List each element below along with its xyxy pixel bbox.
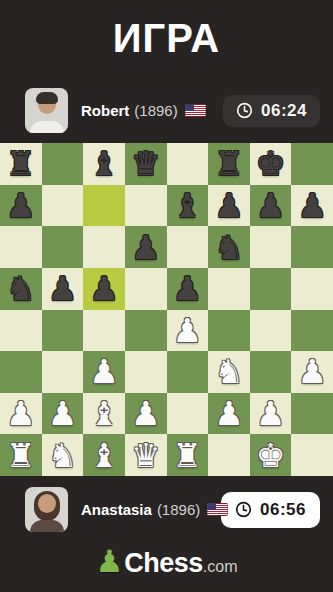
square-g6[interactable] — [250, 226, 292, 268]
us-flag-icon — [185, 104, 206, 117]
square-d6[interactable]: ♟ — [125, 226, 167, 268]
square-c1[interactable]: ♝ — [83, 434, 125, 476]
square-f8[interactable]: ♜ — [208, 143, 250, 185]
square-f7[interactable]: ♟ — [208, 185, 250, 227]
black-rook-f8: ♜ — [208, 143, 250, 185]
black-bishop-e7: ♝ — [167, 185, 209, 227]
white-pawn-e4: ♟ — [167, 310, 209, 352]
square-a4[interactable] — [0, 310, 42, 352]
black-queen-d8: ♛ — [125, 143, 167, 185]
us-flag-icon — [207, 503, 228, 516]
player-row-top: Robert (1896) 06:24 — [0, 87, 333, 134]
black-pawn-c5: ♟ — [83, 268, 125, 310]
square-h4[interactable] — [291, 310, 333, 352]
black-pawn-b5: ♟ — [42, 268, 84, 310]
square-f2[interactable]: ♟ — [208, 393, 250, 435]
square-d3[interactable] — [125, 351, 167, 393]
pawn-logo-icon: ♟ — [95, 546, 123, 577]
square-d4[interactable] — [125, 310, 167, 352]
avatar-photo-top — [30, 520, 64, 532]
white-pawn-b2: ♟ — [42, 393, 84, 435]
player-rating-top: (1896) — [134, 102, 177, 119]
square-c3[interactable]: ♟ — [83, 351, 125, 393]
black-pawn-h7: ♟ — [291, 185, 333, 227]
black-pawn-a7: ♟ — [0, 185, 42, 227]
black-pawn-f7: ♟ — [208, 185, 250, 227]
white-pawn-d2: ♟ — [125, 393, 167, 435]
square-h1[interactable] — [291, 434, 333, 476]
square-g8[interactable]: ♚ — [250, 143, 292, 185]
square-b5[interactable]: ♟ — [42, 268, 84, 310]
white-knight-b1: ♞ — [42, 434, 84, 476]
clock-time-bottom: 06:56 — [260, 500, 306, 520]
white-king-g1: ♚ — [250, 434, 292, 476]
square-e5[interactable]: ♟ — [167, 268, 209, 310]
white-bishop-c1: ♝ — [83, 434, 125, 476]
square-a6[interactable] — [0, 226, 42, 268]
square-a7[interactable]: ♟ — [0, 185, 42, 227]
square-d8[interactable]: ♛ — [125, 143, 167, 185]
chess-board[interactable]: ♜♝♛♜♚♟♝♟♟♟♟♞♞♟♟♟♟♟♞♟♟♟♝♟♟♟♜♞♝♛♜♚ — [0, 143, 333, 476]
square-d2[interactable]: ♟ — [125, 393, 167, 435]
square-h8[interactable] — [291, 143, 333, 185]
white-pawn-a2: ♟ — [0, 393, 42, 435]
square-c6[interactable] — [83, 226, 125, 268]
square-h5[interactable] — [291, 268, 333, 310]
square-e4[interactable]: ♟ — [167, 310, 209, 352]
flag-canton — [185, 104, 194, 111]
square-g4[interactable] — [250, 310, 292, 352]
square-f3[interactable]: ♞ — [208, 351, 250, 393]
square-g3[interactable] — [250, 351, 292, 393]
clock-top: 06:24 — [223, 95, 320, 127]
square-c4[interactable] — [83, 310, 125, 352]
square-a5[interactable]: ♞ — [0, 268, 42, 310]
logo-text-chess: Chess — [124, 548, 203, 579]
square-g5[interactable] — [250, 268, 292, 310]
avatar-anastasia[interactable] — [25, 487, 68, 532]
square-e2[interactable] — [167, 393, 209, 435]
white-pawn-c3: ♟ — [83, 351, 125, 393]
square-h7[interactable]: ♟ — [291, 185, 333, 227]
square-a2[interactable]: ♟ — [0, 393, 42, 435]
square-c8[interactable]: ♝ — [83, 143, 125, 185]
square-b8[interactable] — [42, 143, 84, 185]
square-d5[interactable] — [125, 268, 167, 310]
chesscom-logo[interactable]: ♟Chess.com — [0, 548, 333, 579]
black-pawn-g7: ♟ — [250, 185, 292, 227]
white-knight-f3: ♞ — [208, 351, 250, 393]
square-f6[interactable]: ♞ — [208, 226, 250, 268]
black-rook-a8: ♜ — [0, 143, 42, 185]
square-a1[interactable]: ♜ — [0, 434, 42, 476]
player-row-bottom: Anastasia (1896) 06:56 — [0, 486, 333, 533]
flag-canton — [207, 503, 216, 510]
clock-icon — [235, 501, 252, 518]
white-rook-e1: ♜ — [167, 434, 209, 476]
square-b4[interactable] — [42, 310, 84, 352]
square-e1[interactable]: ♜ — [167, 434, 209, 476]
square-a3[interactable] — [0, 351, 42, 393]
square-c5[interactable]: ♟ — [83, 268, 125, 310]
square-h6[interactable] — [291, 226, 333, 268]
square-h2[interactable] — [291, 393, 333, 435]
square-f4[interactable] — [208, 310, 250, 352]
square-d7[interactable] — [125, 185, 167, 227]
square-h3[interactable]: ♟ — [291, 351, 333, 393]
player-name-bottom: Anastasia — [81, 501, 152, 518]
square-g2[interactable]: ♟ — [250, 393, 292, 435]
black-king-g8: ♚ — [250, 143, 292, 185]
square-b7[interactable] — [42, 185, 84, 227]
square-d1[interactable]: ♛ — [125, 434, 167, 476]
white-pawn-h3: ♟ — [291, 351, 333, 393]
white-pawn-g2: ♟ — [250, 393, 292, 435]
square-e8[interactable] — [167, 143, 209, 185]
clock-time-top: 06:24 — [261, 101, 307, 121]
square-b1[interactable]: ♞ — [42, 434, 84, 476]
square-f5[interactable] — [208, 268, 250, 310]
square-f1[interactable] — [208, 434, 250, 476]
black-knight-a5: ♞ — [0, 268, 42, 310]
square-e6[interactable] — [167, 226, 209, 268]
square-g7[interactable]: ♟ — [250, 185, 292, 227]
white-pawn-f2: ♟ — [208, 393, 250, 435]
square-b3[interactable] — [42, 351, 84, 393]
avatar-photo — [38, 494, 56, 513]
avatar-robert[interactable] — [25, 88, 68, 133]
avatar-photo-shirt — [30, 121, 64, 133]
square-c7[interactable] — [83, 185, 125, 227]
black-bishop-c8: ♝ — [83, 143, 125, 185]
page-title: ИГРА — [0, 0, 333, 62]
clock-icon — [236, 102, 253, 119]
square-e3[interactable] — [167, 351, 209, 393]
player-rating-bottom: (1896) — [157, 501, 200, 518]
avatar-photo-hair — [36, 92, 58, 104]
black-pawn-d6: ♟ — [125, 226, 167, 268]
square-g1[interactable]: ♚ — [250, 434, 292, 476]
square-b6[interactable] — [42, 226, 84, 268]
square-a8[interactable]: ♜ — [0, 143, 42, 185]
player-info-top: Robert (1896) — [81, 102, 206, 119]
player-info-bottom: Anastasia (1896) — [81, 501, 221, 518]
game-screen: ИГРА Robert (1896) 06:24 ♜♝♛♜♚♟♝♟♟♟♟♞♞♟♟… — [0, 0, 333, 592]
square-e7[interactable]: ♝ — [167, 185, 209, 227]
square-c2[interactable]: ♝ — [83, 393, 125, 435]
clock-bottom: 06:56 — [221, 492, 320, 528]
player-name-top: Robert — [81, 102, 129, 119]
white-rook-a1: ♜ — [0, 434, 42, 476]
black-knight-f6: ♞ — [208, 226, 250, 268]
square-b2[interactable]: ♟ — [42, 393, 84, 435]
white-queen-d1: ♛ — [125, 434, 167, 476]
black-pawn-e5: ♟ — [167, 268, 209, 310]
logo-text-com: .com — [203, 558, 238, 579]
white-bishop-c2: ♝ — [83, 393, 125, 435]
